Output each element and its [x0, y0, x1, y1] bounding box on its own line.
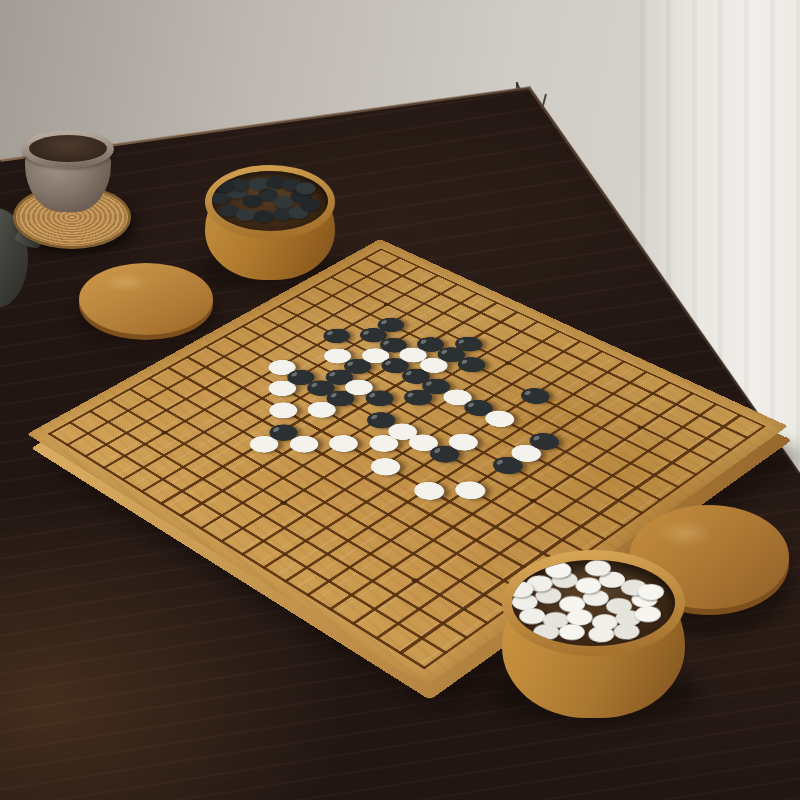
black-stone: ●: [221, 182, 250, 200]
black-stone: ●: [262, 172, 291, 190]
black-stone: ●: [267, 203, 298, 222]
black-stone: ●: [297, 195, 324, 212]
black-stone[interactable]: ●: [515, 385, 552, 406]
black-stone: ●: [285, 186, 315, 205]
white-stone: ●: [529, 582, 567, 606]
white-stone: ●: [560, 604, 600, 629]
star-point: [528, 498, 537, 504]
white-stone: ●: [595, 567, 629, 588]
white-stone[interactable]: ●: [322, 431, 359, 453]
black-stone: ●: [279, 175, 305, 191]
white-stone: ●: [580, 560, 616, 577]
star-point: [637, 425, 646, 430]
black-stone: ●: [212, 187, 236, 207]
white-stone: ●: [610, 605, 647, 628]
white-stone-heap[interactable]: ●●●●●●●●●●●●●●●●●●●●●●●●●: [512, 560, 675, 646]
white-stone: ●: [555, 591, 590, 612]
black-stone: ●: [214, 201, 241, 218]
bowl-lid-left[interactable]: [79, 263, 213, 335]
white-stone: ●: [554, 619, 591, 642]
white-stone: ●: [569, 572, 607, 595]
white-stone: ●: [582, 619, 622, 644]
white-stone: ●: [615, 574, 653, 597]
white-stone: ●: [624, 586, 663, 610]
black-stone: ●: [284, 202, 312, 219]
scene: ●●●●●●●●●●●●●●●●●● ●●●●●●●●●●●●●●●●●●●●●…: [0, 0, 800, 800]
white-stone: ●: [577, 584, 614, 607]
black-stone: ●: [268, 191, 299, 210]
white-stone: ●: [512, 587, 545, 613]
black-stone[interactable]: ●: [451, 354, 487, 374]
white-stone[interactable]: ●: [364, 454, 402, 476]
black-stone: ●: [254, 184, 283, 202]
white-stone[interactable]: ●: [283, 432, 320, 454]
white-stone[interactable]: ●: [479, 407, 516, 428]
black-stone[interactable]: ●: [317, 325, 352, 344]
star-point: [383, 302, 391, 306]
white-stone: ●: [584, 607, 624, 632]
white-stone[interactable]: ●: [263, 399, 299, 420]
black-stone: ●: [232, 204, 260, 221]
white-stone: ●: [630, 601, 665, 623]
black-stone: ●: [239, 191, 265, 207]
star-point: [160, 430, 169, 435]
star-point: [278, 500, 287, 506]
white-stone: ●: [514, 603, 550, 625]
black-stone-heap[interactable]: ●●●●●●●●●●●●●●●●●●: [212, 171, 328, 231]
black-stone: ●: [249, 206, 279, 225]
white-stone[interactable]: ●: [407, 478, 446, 501]
teacup-interior: [29, 135, 107, 162]
white-stone: ●: [600, 591, 641, 616]
white-stone[interactable]: ●: [448, 478, 487, 501]
star-point: [410, 578, 420, 584]
black-stone: ●: [242, 173, 274, 193]
white-stone: ●: [543, 565, 584, 591]
star-point: [503, 361, 512, 366]
white-stone: ●: [538, 607, 574, 629]
black-stone[interactable]: ●: [359, 387, 395, 407]
